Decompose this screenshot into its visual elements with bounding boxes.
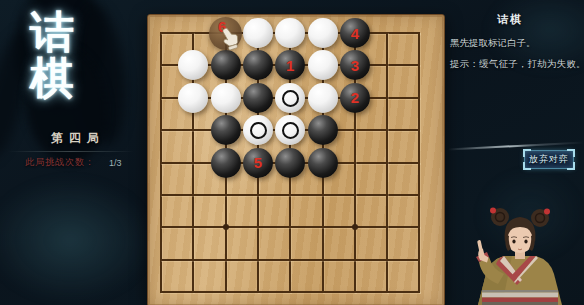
puzzle-hint-text: 提示：缓气征子，打劫为失败。 — [450, 58, 584, 71]
black-stone: 2 — [340, 83, 370, 113]
star-point — [223, 224, 229, 230]
board-grid-line — [160, 259, 420, 261]
move-number: 3 — [340, 50, 370, 80]
white-stone — [308, 83, 338, 113]
black-stone: 3 — [340, 50, 370, 80]
board-grid-line — [386, 32, 388, 293]
black-stone: 5 — [243, 148, 273, 178]
go-board[interactable]: 6 41325 — [147, 14, 445, 305]
puzzle-objective-text: 黑先提取标记白子。 — [450, 37, 584, 50]
black-stone — [275, 148, 305, 178]
capture-target-marker — [250, 122, 267, 139]
capture-target-marker — [282, 122, 299, 139]
attempts-label: 此局挑战次数： — [25, 156, 95, 169]
button-corner-decor — [567, 162, 575, 170]
white-stone — [178, 50, 208, 80]
white-stone — [308, 50, 338, 80]
move-number: 1 — [275, 50, 305, 80]
board-grid-line — [160, 291, 420, 293]
black-stone: 4 — [340, 18, 370, 48]
button-corner-decor — [523, 162, 531, 170]
black-stone — [243, 50, 273, 80]
move-number: 5 — [243, 148, 273, 178]
attempts-counter: 此局挑战次数： 1/3 — [0, 156, 145, 169]
game-screen: 诘 棋 第四局 此局挑战次数： 1/3 6 41325 诘棋 黑先提取标记白子。… — [0, 0, 584, 305]
npc-girl-illustration — [452, 200, 584, 305]
ghost-stone-next-move[interactable]: 6 — [209, 17, 242, 50]
black-stone — [211, 115, 241, 145]
black-stone — [211, 148, 241, 178]
resign-button-label: 放弃对弈 — [529, 153, 569, 166]
resign-game-button[interactable]: 放弃对弈 — [524, 150, 574, 169]
black-stone — [211, 50, 241, 80]
white-stone — [275, 115, 305, 145]
white-stone — [275, 83, 305, 113]
divider — [8, 151, 134, 152]
black-stone — [308, 115, 338, 145]
panel-title: 诘棋 — [443, 12, 577, 27]
round-label: 第四局 — [0, 130, 150, 147]
board-grid-line — [160, 194, 420, 196]
black-stone — [243, 83, 273, 113]
white-stone — [243, 115, 273, 145]
puzzle-title-calligraphy: 诘 棋 — [0, 10, 104, 102]
white-stone — [243, 18, 273, 48]
white-stone — [308, 18, 338, 48]
board-grid-line — [160, 226, 420, 228]
move-number: 4 — [340, 18, 370, 48]
calligraphy-char-qi: 棋 — [0, 56, 104, 102]
white-stone — [275, 18, 305, 48]
move-number: 2 — [340, 83, 370, 113]
white-stone — [211, 83, 241, 113]
black-stone: 1 — [275, 50, 305, 80]
button-corner-decor — [523, 149, 531, 157]
black-stone — [308, 148, 338, 178]
calligraphy-char-jie: 诘 — [0, 10, 104, 56]
star-point — [352, 224, 358, 230]
board-grid-line — [418, 32, 420, 293]
button-corner-decor — [567, 149, 575, 157]
white-stone — [178, 83, 208, 113]
capture-target-marker — [282, 90, 299, 107]
attempts-value: 1/3 — [109, 158, 122, 168]
